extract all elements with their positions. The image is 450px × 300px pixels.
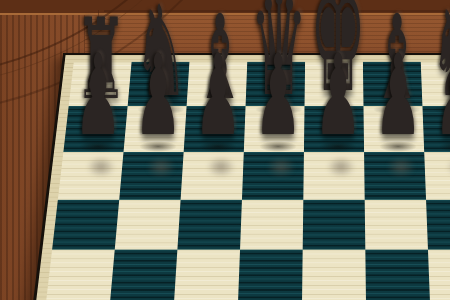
square-b5[interactable] bbox=[115, 200, 181, 250]
black-pawn-b7[interactable]: ♟ bbox=[134, 40, 182, 152]
square-d4[interactable] bbox=[238, 250, 303, 300]
square-d5[interactable] bbox=[240, 200, 303, 250]
square-b4[interactable] bbox=[110, 250, 177, 300]
black-pawn-c7[interactable]: ♟ bbox=[194, 40, 242, 152]
square-g4[interactable] bbox=[428, 250, 450, 300]
square-c4[interactable] bbox=[174, 250, 240, 300]
square-c5[interactable] bbox=[177, 200, 242, 250]
square-e5[interactable] bbox=[303, 200, 366, 250]
square-a4[interactable] bbox=[46, 250, 115, 300]
black-pawn-g7[interactable]: ♟ bbox=[435, 40, 450, 152]
chess-scene: ♜♞♝♛♚♝♞♜♟♟♟♟♟♟♟♟ bbox=[0, 0, 450, 300]
square-g5[interactable] bbox=[426, 200, 450, 250]
black-pawn-f7[interactable]: ♟ bbox=[374, 40, 422, 152]
square-a5[interactable] bbox=[52, 200, 119, 250]
black-pawn-d7[interactable]: ♟ bbox=[254, 40, 302, 152]
square-f4[interactable] bbox=[365, 250, 430, 300]
black-pawn-e7[interactable]: ♟ bbox=[314, 40, 362, 152]
black-pawn-a7[interactable]: ♟ bbox=[74, 40, 122, 152]
square-f5[interactable] bbox=[365, 200, 428, 250]
square-e4[interactable] bbox=[302, 250, 366, 300]
